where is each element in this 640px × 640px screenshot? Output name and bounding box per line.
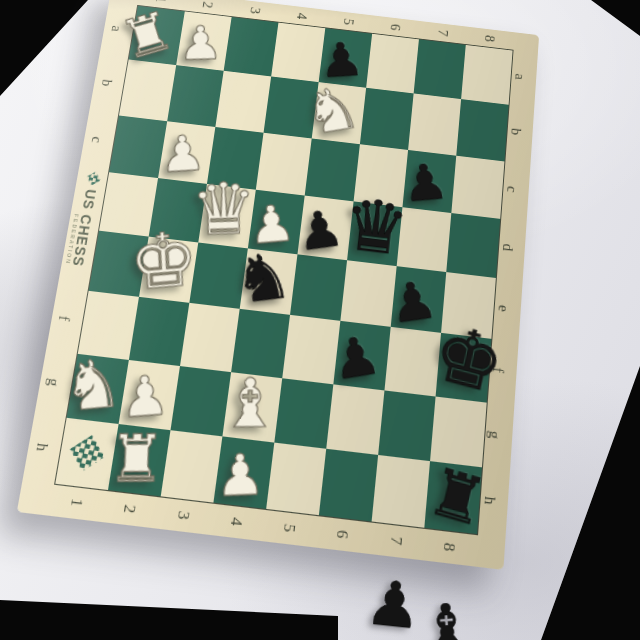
square-e5 <box>290 254 347 321</box>
piece-white-rook-h2: ♜ <box>107 428 166 490</box>
rank-label-bottom-5: 5 <box>281 523 298 533</box>
square-g5 <box>274 378 333 449</box>
square-h5 <box>266 442 326 515</box>
file-label-right-e: e <box>495 304 510 312</box>
rank-label-top-3: 3 <box>247 6 262 14</box>
piece-black-pawn-e7: ♟ <box>386 275 440 331</box>
square-a7 <box>414 39 466 99</box>
square-g4: ♝ <box>222 372 282 443</box>
rank-label-top-2: 2 <box>200 1 215 9</box>
square-e4: ♞ <box>240 248 298 315</box>
piece-black-knight-e4: ♞ <box>231 245 295 312</box>
square-a2: ♟ <box>176 11 231 71</box>
file-label-right-b: b <box>509 128 524 137</box>
square-a6 <box>366 34 419 94</box>
rank-label-bottom-8: 8 <box>441 542 458 552</box>
square-b6 <box>360 88 414 150</box>
square-c8 <box>451 155 504 218</box>
square-d8 <box>446 213 500 278</box>
chess-board: US CHESS FEDERATION ♜♟♟♞♟♟♛♟♟♛♚♞♟♟♚♞♟♝♜♟… <box>17 0 539 570</box>
piece-white-king-e2: ♚ <box>128 223 201 300</box>
file-label-right-a: a <box>512 73 527 81</box>
captured-black-bishop: ♝ <box>418 596 476 640</box>
square-b7 <box>408 94 461 156</box>
square-d6: ♛ <box>347 201 402 266</box>
square-b8 <box>456 99 508 161</box>
square-e7: ♟ <box>391 266 447 333</box>
file-label-left-f: f <box>56 315 72 322</box>
square-e2: ♚ <box>139 237 198 304</box>
piece-white-pawn-g2: ♟ <box>120 370 170 426</box>
piece-black-king-f8: ♚ <box>427 315 511 405</box>
photo-scene: US CHESS FEDERATION ♜♟♟♞♟♟♛♟♟♛♚♞♟♟♚♞♟♝♜♟… <box>0 0 640 640</box>
captured-black-pawn: ♟ <box>363 573 424 637</box>
square-c4 <box>256 132 312 195</box>
square-b3 <box>215 71 271 132</box>
us-chess-diamond-icon <box>84 170 103 188</box>
file-label-right-d: d <box>500 243 515 252</box>
piece-white-rook-a1: ♜ <box>115 4 179 67</box>
square-h8: ♜ <box>424 461 482 534</box>
rank-label-top-5: 5 <box>341 18 356 26</box>
square-f3 <box>180 303 240 372</box>
piece-white-pawn-a2: ♟ <box>178 21 223 66</box>
piece-white-knight-b5: ♞ <box>300 79 365 143</box>
square-h7 <box>372 455 430 528</box>
file-label-left-c: c <box>89 135 105 143</box>
rank-label-top-7: 7 <box>435 29 450 37</box>
rank-label-bottom-1: 1 <box>68 498 85 508</box>
square-a8 <box>461 45 512 105</box>
playing-area: ♜♟♟♞♟♟♛♟♟♛♚♞♟♟♚♞♟♝♜♟♜ <box>54 5 514 535</box>
rank-label-bottom-4: 4 <box>228 517 245 527</box>
piece-white-pawn-h4: ♟ <box>215 447 265 503</box>
piece-black-pawn-f6: ♟ <box>329 330 384 388</box>
square-h3 <box>161 430 223 503</box>
board-perspective-wrap: US CHESS FEDERATION ♜♟♟♞♟♟♛♟♟♛♚♞♟♟♚♞♟♝♜♟… <box>0 0 640 640</box>
square-b2 <box>167 65 223 126</box>
square-g6 <box>326 384 384 455</box>
square-b5: ♞ <box>312 82 366 143</box>
piece-black-rook-h8: ♜ <box>423 459 492 535</box>
file-label-right-g: g <box>486 430 502 440</box>
square-a3 <box>224 17 279 77</box>
file-label-left-h: h <box>33 442 50 452</box>
square-g7 <box>378 390 435 461</box>
square-h4: ♟ <box>213 436 274 509</box>
square-a4 <box>271 23 325 83</box>
square-h6 <box>319 448 378 521</box>
file-label-left-g: g <box>45 377 62 387</box>
piece-white-bishop-g4: ♝ <box>219 372 279 437</box>
file-label-right-c: c <box>504 185 519 193</box>
square-h2: ♜ <box>108 424 171 497</box>
corner-diamond-logo <box>65 432 110 476</box>
piece-black-pawn-d5: ♟ <box>294 204 347 258</box>
piece-black-queen-d6: ♛ <box>339 189 411 265</box>
rank-label-bottom-2: 2 <box>121 504 138 514</box>
rank-label-bottom-7: 7 <box>387 536 404 546</box>
rank-label-top-6: 6 <box>388 23 403 31</box>
rank-label-top-4: 4 <box>294 12 309 20</box>
file-label-left-b: b <box>99 79 115 87</box>
piece-white-knight-g1: ♞ <box>62 351 124 420</box>
rank-label-bottom-3: 3 <box>175 510 192 520</box>
square-f8: ♚ <box>436 333 492 402</box>
square-f6: ♟ <box>333 321 390 390</box>
rank-label-top-8: 8 <box>482 34 497 42</box>
rank-label-bottom-6: 6 <box>334 529 351 539</box>
square-a1: ♜ <box>129 6 185 65</box>
